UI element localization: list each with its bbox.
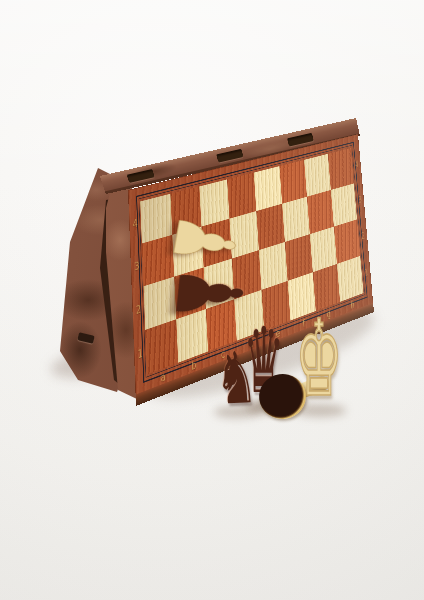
square-h1 xyxy=(337,256,364,302)
black-pawn-on-board: ♟ xyxy=(161,266,256,321)
rank-label-3: 3 xyxy=(131,244,142,290)
rank-label-right-1: 1 xyxy=(362,253,372,292)
rank-label-2: 2 xyxy=(133,287,145,334)
square-f4 xyxy=(279,160,307,204)
white-king-glyph: ♚ xyxy=(295,306,342,412)
rank-label-right-4: 4 xyxy=(352,146,361,183)
product-photo: 4321 4321 abcdefgh ♟ ♟ ♞ ♛ ♚ xyxy=(0,0,424,600)
square-h2 xyxy=(334,219,360,264)
rank-label-right-3: 3 xyxy=(355,181,365,219)
square-g3 xyxy=(307,190,334,234)
square-e4 xyxy=(254,166,282,211)
rank-label-1: 1 xyxy=(134,330,146,378)
rank-label-right-2: 2 xyxy=(358,217,368,255)
rank-label-4: 4 xyxy=(130,202,141,247)
white-king: ♚ xyxy=(292,322,346,412)
